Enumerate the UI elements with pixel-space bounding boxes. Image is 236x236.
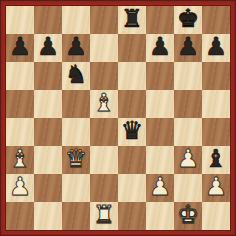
square-c5[interactable] — [62, 90, 90, 118]
black-bishop-h3[interactable]: ♝ — [205, 146, 227, 173]
square-e7[interactable] — [118, 34, 146, 62]
square-g6[interactable] — [174, 62, 202, 90]
black-pawn-h7[interactable]: ♟ — [205, 34, 227, 61]
square-b8[interactable] — [34, 6, 62, 34]
square-g8[interactable]: ♚ — [174, 6, 202, 34]
square-g3[interactable]: ♟ — [174, 146, 202, 174]
square-e5[interactable] — [118, 90, 146, 118]
white-pawn-g3[interactable]: ♟ — [177, 146, 199, 173]
square-f4[interactable] — [146, 118, 174, 146]
white-pawn-h2[interactable]: ♟ — [205, 174, 227, 201]
square-d5[interactable]: ♝ — [90, 90, 118, 118]
square-c1[interactable] — [62, 202, 90, 230]
black-pawn-g7[interactable]: ♟ — [177, 34, 199, 61]
square-f5[interactable] — [146, 90, 174, 118]
square-e2[interactable] — [118, 174, 146, 202]
square-h8[interactable] — [202, 6, 230, 34]
square-h6[interactable] — [202, 62, 230, 90]
square-a5[interactable] — [6, 90, 34, 118]
white-queen-c3[interactable]: ♛ — [65, 146, 87, 173]
black-queen-e4[interactable]: ♛ — [121, 118, 143, 145]
square-e3[interactable] — [118, 146, 146, 174]
square-a1[interactable] — [6, 202, 34, 230]
square-c7[interactable]: ♟ — [62, 34, 90, 62]
square-f3[interactable] — [146, 146, 174, 174]
square-h7[interactable]: ♟ — [202, 34, 230, 62]
square-f8[interactable] — [146, 6, 174, 34]
square-g1[interactable]: ♚ — [174, 202, 202, 230]
square-d3[interactable] — [90, 146, 118, 174]
square-h3[interactable]: ♝ — [202, 146, 230, 174]
square-c3[interactable]: ♛ — [62, 146, 90, 174]
square-c4[interactable] — [62, 118, 90, 146]
square-b7[interactable]: ♟ — [34, 34, 62, 62]
black-knight-c6[interactable]: ♞ — [65, 62, 87, 89]
black-pawn-b7[interactable]: ♟ — [37, 34, 59, 61]
square-d4[interactable] — [90, 118, 118, 146]
white-pawn-a2[interactable]: ♟ — [9, 174, 31, 201]
white-bishop-a3[interactable]: ♝ — [9, 146, 31, 173]
black-rook-e8[interactable]: ♜ — [121, 6, 143, 33]
square-c2[interactable] — [62, 174, 90, 202]
square-a8[interactable] — [6, 6, 34, 34]
square-c6[interactable]: ♞ — [62, 62, 90, 90]
white-bishop-d5[interactable]: ♝ — [93, 90, 115, 117]
square-b1[interactable] — [34, 202, 62, 230]
square-g5[interactable] — [174, 90, 202, 118]
square-d1[interactable]: ♜ — [90, 202, 118, 230]
square-h5[interactable] — [202, 90, 230, 118]
white-pawn-f2[interactable]: ♟ — [149, 174, 171, 201]
square-h2[interactable]: ♟ — [202, 174, 230, 202]
black-pawn-a7[interactable]: ♟ — [9, 34, 31, 61]
square-a7[interactable]: ♟ — [6, 34, 34, 62]
square-g2[interactable] — [174, 174, 202, 202]
square-f2[interactable]: ♟ — [146, 174, 174, 202]
square-f6[interactable] — [146, 62, 174, 90]
square-e6[interactable] — [118, 62, 146, 90]
square-h1[interactable] — [202, 202, 230, 230]
square-h4[interactable] — [202, 118, 230, 146]
square-e8[interactable]: ♜ — [118, 6, 146, 34]
square-a2[interactable]: ♟ — [6, 174, 34, 202]
square-f1[interactable] — [146, 202, 174, 230]
square-f7[interactable]: ♟ — [146, 34, 174, 62]
square-a6[interactable] — [6, 62, 34, 90]
square-c8[interactable] — [62, 6, 90, 34]
black-pawn-c7[interactable]: ♟ — [65, 34, 87, 61]
square-d7[interactable] — [90, 34, 118, 62]
square-b2[interactable] — [34, 174, 62, 202]
white-rook-d1[interactable]: ♜ — [93, 202, 115, 229]
square-b6[interactable] — [34, 62, 62, 90]
square-b5[interactable] — [34, 90, 62, 118]
black-king-g8[interactable]: ♚ — [177, 6, 199, 33]
square-a3[interactable]: ♝ — [6, 146, 34, 174]
square-e4[interactable]: ♛ — [118, 118, 146, 146]
square-d2[interactable] — [90, 174, 118, 202]
square-b3[interactable] — [34, 146, 62, 174]
board-frame: ♜♚♟♟♟♟♟♟♞♝♛♝♛♟♝♟♟♟♜♚ — [0, 0, 236, 236]
square-e1[interactable] — [118, 202, 146, 230]
black-pawn-f7[interactable]: ♟ — [149, 34, 171, 61]
square-b4[interactable] — [34, 118, 62, 146]
square-g4[interactable] — [174, 118, 202, 146]
square-d6[interactable] — [90, 62, 118, 90]
chess-board: ♜♚♟♟♟♟♟♟♞♝♛♝♛♟♝♟♟♟♜♚ — [6, 6, 230, 230]
square-g7[interactable]: ♟ — [174, 34, 202, 62]
square-a4[interactable] — [6, 118, 34, 146]
square-d8[interactable] — [90, 6, 118, 34]
white-king-g1[interactable]: ♚ — [177, 202, 199, 229]
